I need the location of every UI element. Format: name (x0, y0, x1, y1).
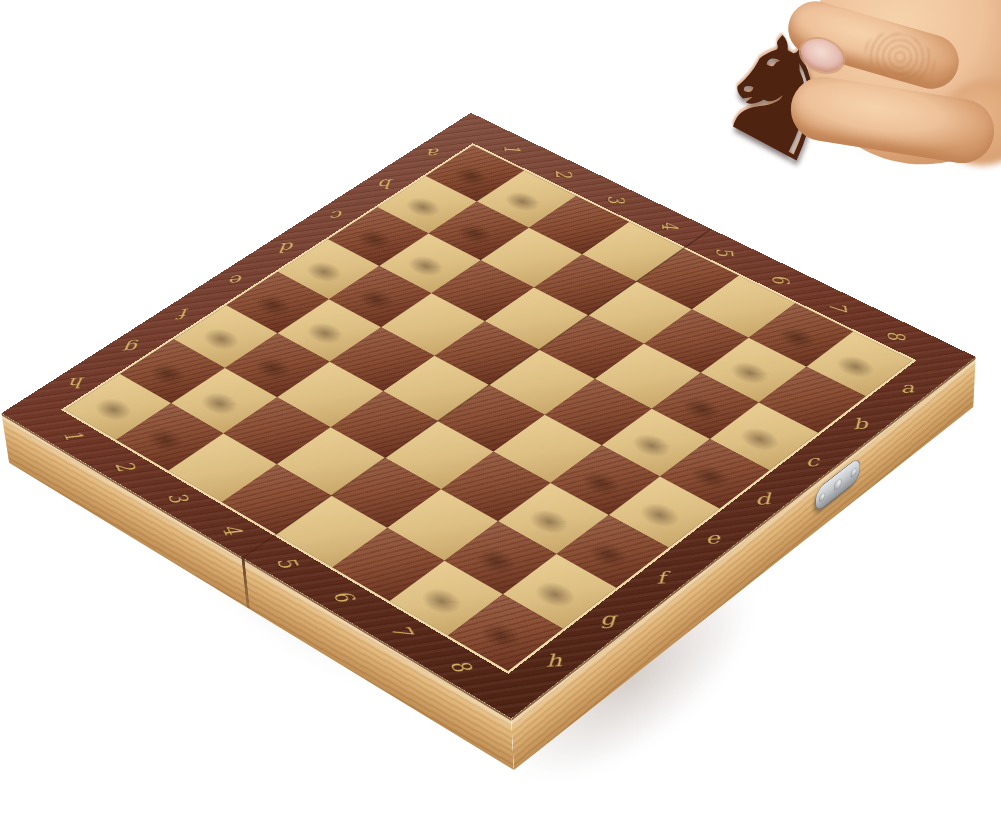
file-label-a: a (413, 133, 456, 174)
board-grid: ♜♟♟♜♞♟♟♝♟♟♝♛♟♟♛♚♟♟♚♝♟♟♝♞♟♟♞♜♟♟♜ (65, 145, 912, 670)
clasp-pivot-icon (834, 477, 842, 493)
rank-label-3: 3 (593, 178, 640, 221)
file-label-c: c (316, 194, 359, 237)
board-top: 12345678 12345678 abcdefgh abcdefgh ♜♟♟♜… (1, 113, 975, 719)
rank-label-2: 2 (541, 153, 587, 195)
hand-knuckle (926, 66, 1001, 178)
board-3d: 12345678 12345678 abcdefgh abcdefgh ♜♟♟♜… (126, 22, 851, 747)
rank-label-4: 4 (646, 204, 694, 248)
scene: 12345678 12345678 abcdefgh abcdefgh ♜♟♟♜… (0, 0, 1001, 821)
black-rook-icon: ♜ (421, 539, 574, 646)
clasp-screw-icon (819, 491, 825, 503)
file-label-b: b (365, 163, 408, 205)
clasp-screw-icon (851, 466, 857, 478)
fold-seam-icon (241, 557, 249, 609)
white-pawn-icon: ♟ (92, 364, 234, 450)
finger-crease (859, 24, 942, 90)
file-label-e: e (215, 258, 259, 303)
file-label-d: d (266, 226, 309, 270)
folding-chess-box: 12345678 12345678 abcdefgh abcdefgh ♜♟♟♜… (1, 113, 975, 719)
rank-label-1: 1 (490, 128, 535, 169)
rank-label-5: 5 (700, 230, 750, 275)
